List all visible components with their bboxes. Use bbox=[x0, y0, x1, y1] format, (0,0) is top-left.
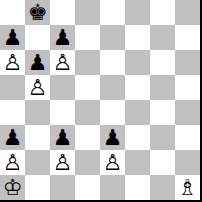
square-e8[interactable] bbox=[100, 0, 125, 25]
square-h3[interactable] bbox=[175, 125, 200, 150]
square-f6[interactable] bbox=[125, 50, 150, 75]
square-g5[interactable] bbox=[150, 75, 175, 100]
square-c2[interactable]: ♙ bbox=[50, 150, 75, 175]
chess-board: ♚♟♟♙♟♙♙♟♟♟♙♙♙♔♗ bbox=[0, 0, 202, 202]
square-d6[interactable] bbox=[75, 50, 100, 75]
white-pawn-a2: ♙ bbox=[3, 150, 23, 175]
square-g3[interactable] bbox=[150, 125, 175, 150]
square-h5[interactable] bbox=[175, 75, 200, 100]
square-g4[interactable] bbox=[150, 100, 175, 125]
square-f4[interactable] bbox=[125, 100, 150, 125]
white-pawn-b5: ♙ bbox=[28, 75, 48, 100]
black-pawn-e3: ♟ bbox=[103, 125, 123, 150]
square-f5[interactable] bbox=[125, 75, 150, 100]
square-c4[interactable] bbox=[50, 100, 75, 125]
square-h1[interactable]: ♗ bbox=[175, 175, 200, 200]
square-b6[interactable]: ♟ bbox=[25, 50, 50, 75]
square-c5[interactable] bbox=[50, 75, 75, 100]
square-d4[interactable] bbox=[75, 100, 100, 125]
square-e5[interactable] bbox=[100, 75, 125, 100]
square-h2[interactable] bbox=[175, 150, 200, 175]
square-a1[interactable]: ♔ bbox=[0, 175, 25, 200]
white-pawn-e2: ♙ bbox=[103, 150, 123, 175]
square-h4[interactable] bbox=[175, 100, 200, 125]
square-b4[interactable] bbox=[25, 100, 50, 125]
square-d1[interactable] bbox=[75, 175, 100, 200]
square-e3[interactable]: ♟ bbox=[100, 125, 125, 150]
square-e7[interactable] bbox=[100, 25, 125, 50]
square-d7[interactable] bbox=[75, 25, 100, 50]
white-bishop-h1: ♗ bbox=[178, 175, 198, 200]
square-a2[interactable]: ♙ bbox=[0, 150, 25, 175]
square-e2[interactable]: ♙ bbox=[100, 150, 125, 175]
square-c6[interactable]: ♙ bbox=[50, 50, 75, 75]
square-f3[interactable] bbox=[125, 125, 150, 150]
square-a7[interactable]: ♟ bbox=[0, 25, 25, 50]
white-pawn-c2: ♙ bbox=[53, 150, 73, 175]
square-b1[interactable] bbox=[25, 175, 50, 200]
black-pawn-a3: ♟ bbox=[3, 125, 23, 150]
square-a4[interactable] bbox=[0, 100, 25, 125]
square-f8[interactable] bbox=[125, 0, 150, 25]
square-b5[interactable]: ♙ bbox=[25, 75, 50, 100]
square-a8[interactable] bbox=[0, 0, 25, 25]
square-b7[interactable] bbox=[25, 25, 50, 50]
square-e6[interactable] bbox=[100, 50, 125, 75]
square-a3[interactable]: ♟ bbox=[0, 125, 25, 150]
square-b8[interactable]: ♚ bbox=[25, 0, 50, 25]
white-pawn-a6: ♙ bbox=[3, 50, 23, 75]
square-d2[interactable] bbox=[75, 150, 100, 175]
square-h8[interactable] bbox=[175, 0, 200, 25]
square-a5[interactable] bbox=[0, 75, 25, 100]
black-pawn-b6: ♟ bbox=[28, 50, 48, 75]
square-d8[interactable] bbox=[75, 0, 100, 25]
white-king-a1: ♔ bbox=[3, 175, 23, 200]
square-c1[interactable] bbox=[50, 175, 75, 200]
square-f2[interactable] bbox=[125, 150, 150, 175]
black-king-b8: ♚ bbox=[28, 0, 48, 25]
square-g7[interactable] bbox=[150, 25, 175, 50]
square-g8[interactable] bbox=[150, 0, 175, 25]
square-b3[interactable] bbox=[25, 125, 50, 150]
square-c8[interactable] bbox=[50, 0, 75, 25]
square-h6[interactable] bbox=[175, 50, 200, 75]
square-d3[interactable] bbox=[75, 125, 100, 150]
square-b2[interactable] bbox=[25, 150, 50, 175]
square-g1[interactable] bbox=[150, 175, 175, 200]
square-g6[interactable] bbox=[150, 50, 175, 75]
square-c7[interactable]: ♟ bbox=[50, 25, 75, 50]
chess-diagram: ♚♟♟♙♟♙♙♟♟♟♙♙♙♔♗ bbox=[0, 0, 202, 202]
black-pawn-a7: ♟ bbox=[3, 25, 23, 50]
black-pawn-c7: ♟ bbox=[53, 25, 73, 50]
square-h7[interactable] bbox=[175, 25, 200, 50]
square-g2[interactable] bbox=[150, 150, 175, 175]
square-c3[interactable]: ♟ bbox=[50, 125, 75, 150]
square-e4[interactable] bbox=[100, 100, 125, 125]
white-pawn-c6: ♙ bbox=[53, 50, 73, 75]
square-f7[interactable] bbox=[125, 25, 150, 50]
square-a6[interactable]: ♙ bbox=[0, 50, 25, 75]
square-f1[interactable] bbox=[125, 175, 150, 200]
square-e1[interactable] bbox=[100, 175, 125, 200]
square-d5[interactable] bbox=[75, 75, 100, 100]
black-pawn-c3: ♟ bbox=[53, 125, 73, 150]
